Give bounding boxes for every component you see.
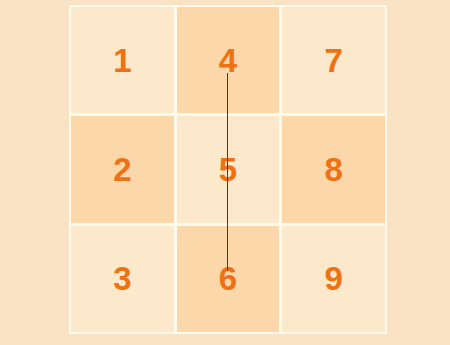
cell-number: 8 (324, 153, 342, 186)
grid-cell-5[interactable]: 5 (177, 116, 280, 222)
grid-cell-3[interactable]: 3 (71, 226, 174, 332)
page: { "game": "pattern-line-puzzle", "descri… (0, 0, 450, 345)
cell-number: 3 (113, 262, 131, 295)
grid-cell-6[interactable]: 6 (177, 226, 280, 332)
grid-cell-8[interactable]: 8 (282, 116, 385, 222)
cell-number: 1 (113, 44, 131, 77)
cell-number: 7 (324, 44, 342, 77)
number-grid-board: 1 4 7 2 5 8 3 6 9 (69, 5, 387, 334)
grid-cell-7[interactable]: 7 (282, 7, 385, 113)
grid-cell-1[interactable]: 1 (71, 7, 174, 113)
cell-number: 6 (219, 262, 237, 295)
cell-number: 4 (219, 44, 237, 77)
cell-number: 9 (324, 262, 342, 295)
cell-number: 5 (219, 153, 237, 186)
grid-cell-9[interactable]: 9 (282, 226, 385, 332)
cell-number: 2 (113, 153, 131, 186)
grid-cell-2[interactable]: 2 (71, 116, 174, 222)
grid-cell-4[interactable]: 4 (177, 7, 280, 113)
